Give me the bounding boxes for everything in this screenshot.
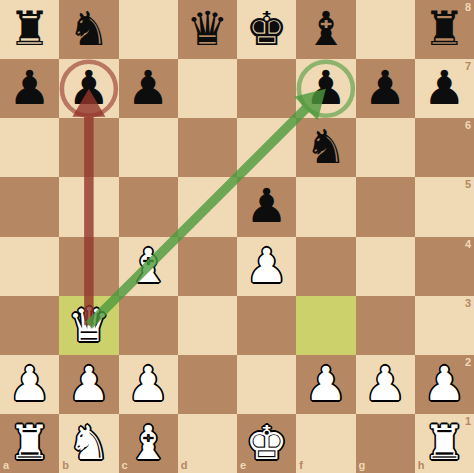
rank-label-1: 1 <box>465 416 471 427</box>
square-g4[interactable] <box>356 237 415 296</box>
square-a5[interactable] <box>0 177 59 236</box>
square-d5[interactable] <box>178 177 237 236</box>
file-label-c: c <box>122 460 128 471</box>
square-b4[interactable] <box>59 237 118 296</box>
white-pawn-piece[interactable]: ♟ <box>246 242 288 289</box>
square-g1[interactable]: g <box>356 414 415 473</box>
black-pawn-piece[interactable]: ♟ <box>305 64 347 111</box>
white-queen-piece[interactable]: ♛ <box>68 301 110 348</box>
white-rook-piece[interactable]: ♜ <box>423 419 465 466</box>
black-rook-piece[interactable]: ♜ <box>423 5 465 52</box>
square-b8[interactable]: ♞ <box>59 0 118 59</box>
rank-label-4: 4 <box>465 239 471 250</box>
square-b5[interactable] <box>59 177 118 236</box>
chess-board: ♜♞♛♚♝♜8♟♟♟♟♟♟7♞6♟5♝♟4♛3♟♟♟♟♟♟2♜a♞b♝cd♚ef… <box>0 0 474 473</box>
square-g8[interactable] <box>356 0 415 59</box>
black-rook-piece[interactable]: ♜ <box>9 5 51 52</box>
rank-label-8: 8 <box>465 2 471 13</box>
square-g2[interactable]: ♟ <box>356 355 415 414</box>
square-h8[interactable]: ♜8 <box>415 0 474 59</box>
file-label-f: f <box>299 460 303 471</box>
square-h4[interactable]: 4 <box>415 237 474 296</box>
square-g7[interactable]: ♟ <box>356 59 415 118</box>
square-b3[interactable]: ♛ <box>59 296 118 355</box>
square-h3[interactable]: 3 <box>415 296 474 355</box>
square-c1[interactable]: ♝c <box>119 414 178 473</box>
square-e7[interactable] <box>237 59 296 118</box>
black-pawn-piece[interactable]: ♟ <box>9 64 51 111</box>
square-e1[interactable]: ♚e <box>237 414 296 473</box>
square-a7[interactable]: ♟ <box>0 59 59 118</box>
black-queen-piece[interactable]: ♛ <box>186 5 228 52</box>
square-b7[interactable]: ♟ <box>59 59 118 118</box>
square-a2[interactable]: ♟ <box>0 355 59 414</box>
square-f8[interactable]: ♝ <box>296 0 355 59</box>
square-a1[interactable]: ♜a <box>0 414 59 473</box>
black-pawn-piece[interactable]: ♟ <box>364 64 406 111</box>
square-h7[interactable]: ♟7 <box>415 59 474 118</box>
square-f4[interactable] <box>296 237 355 296</box>
square-h6[interactable]: 6 <box>415 118 474 177</box>
black-knight-piece[interactable]: ♞ <box>68 5 110 52</box>
square-c6[interactable] <box>119 118 178 177</box>
square-c8[interactable] <box>119 0 178 59</box>
square-g5[interactable] <box>356 177 415 236</box>
square-d8[interactable]: ♛ <box>178 0 237 59</box>
square-a4[interactable] <box>0 237 59 296</box>
white-pawn-piece[interactable]: ♟ <box>127 360 169 407</box>
square-h2[interactable]: ♟2 <box>415 355 474 414</box>
square-b6[interactable] <box>59 118 118 177</box>
black-king-piece[interactable]: ♚ <box>246 5 288 52</box>
square-f7[interactable]: ♟ <box>296 59 355 118</box>
square-d3[interactable] <box>178 296 237 355</box>
white-bishop-piece[interactable]: ♝ <box>127 419 169 466</box>
file-label-d: d <box>181 460 188 471</box>
black-pawn-piece[interactable]: ♟ <box>423 64 465 111</box>
black-pawn-piece[interactable]: ♟ <box>127 64 169 111</box>
rank-label-2: 2 <box>465 357 471 368</box>
square-f1[interactable]: f <box>296 414 355 473</box>
square-h1[interactable]: ♜h1 <box>415 414 474 473</box>
square-a3[interactable] <box>0 296 59 355</box>
file-label-a: a <box>3 460 9 471</box>
file-label-g: g <box>359 460 366 471</box>
white-rook-piece[interactable]: ♜ <box>9 419 51 466</box>
rank-label-3: 3 <box>465 298 471 309</box>
white-knight-piece[interactable]: ♞ <box>68 419 110 466</box>
white-pawn-piece[interactable]: ♟ <box>68 360 110 407</box>
square-b2[interactable]: ♟ <box>59 355 118 414</box>
square-e4[interactable]: ♟ <box>237 237 296 296</box>
rank-label-7: 7 <box>465 61 471 72</box>
rank-label-5: 5 <box>465 179 471 190</box>
white-bishop-piece[interactable]: ♝ <box>127 242 169 289</box>
square-c2[interactable]: ♟ <box>119 355 178 414</box>
white-pawn-piece[interactable]: ♟ <box>9 360 51 407</box>
square-d1[interactable]: d <box>178 414 237 473</box>
square-f3[interactable] <box>296 296 355 355</box>
square-c7[interactable]: ♟ <box>119 59 178 118</box>
black-knight-piece[interactable]: ♞ <box>305 123 347 170</box>
square-f6[interactable]: ♞ <box>296 118 355 177</box>
square-e8[interactable]: ♚ <box>237 0 296 59</box>
square-e5[interactable]: ♟ <box>237 177 296 236</box>
square-g6[interactable] <box>356 118 415 177</box>
file-label-b: b <box>62 460 69 471</box>
square-h5[interactable]: 5 <box>415 177 474 236</box>
black-bishop-piece[interactable]: ♝ <box>305 5 347 52</box>
square-c4[interactable]: ♝ <box>119 237 178 296</box>
square-a6[interactable] <box>0 118 59 177</box>
white-pawn-piece[interactable]: ♟ <box>364 360 406 407</box>
black-pawn-piece[interactable]: ♟ <box>68 64 110 111</box>
square-c3[interactable] <box>119 296 178 355</box>
square-g3[interactable] <box>356 296 415 355</box>
white-pawn-piece[interactable]: ♟ <box>423 360 465 407</box>
file-label-e: e <box>240 460 246 471</box>
square-e6[interactable] <box>237 118 296 177</box>
square-d2[interactable] <box>178 355 237 414</box>
square-d7[interactable] <box>178 59 237 118</box>
white-pawn-piece[interactable]: ♟ <box>305 360 347 407</box>
black-pawn-piece[interactable]: ♟ <box>246 182 288 229</box>
square-f2[interactable]: ♟ <box>296 355 355 414</box>
square-b1[interactable]: ♞b <box>59 414 118 473</box>
file-label-h: h <box>418 460 425 471</box>
square-f5[interactable] <box>296 177 355 236</box>
square-d6[interactable] <box>178 118 237 177</box>
white-king-piece[interactable]: ♚ <box>246 419 288 466</box>
square-a8[interactable]: ♜ <box>0 0 59 59</box>
rank-label-6: 6 <box>465 120 471 131</box>
square-c5[interactable] <box>119 177 178 236</box>
square-d4[interactable] <box>178 237 237 296</box>
square-e2[interactable] <box>237 355 296 414</box>
square-e3[interactable] <box>237 296 296 355</box>
